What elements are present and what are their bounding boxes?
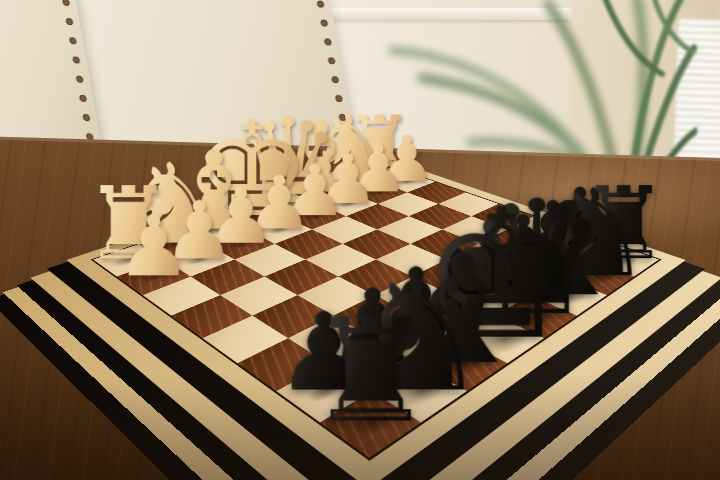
board-stage: ♜♞♝♛♚♝♞♜♟♟♟♟♟♟♟♟♟♟♟♟♟♟♟♟♜♞♝♛♚♝♞♜	[0, 0, 720, 480]
black-rook-icon: ♜	[306, 306, 434, 437]
chess-photo-scene: ♜♞♝♛♚♝♞♜♟♟♟♟♟♟♟♟♟♟♟♟♟♟♟♟♜♞♝♛♚♝♞♜	[0, 0, 720, 480]
white-pawn-icon: ♟	[116, 208, 191, 285]
